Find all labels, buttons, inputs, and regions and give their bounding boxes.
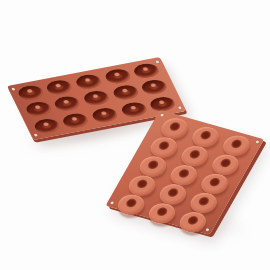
donut-cavity: [119, 101, 149, 119]
donut-cavity: [53, 95, 83, 113]
corner-hole: [11, 88, 15, 91]
donut-cavity: [44, 78, 74, 96]
donut-cavity: [131, 62, 161, 80]
donut-cavity: [82, 89, 112, 107]
corner-hole: [155, 60, 159, 63]
donut-cavity: [90, 106, 120, 124]
product-photo-stage: [0, 0, 270, 270]
corner-hole: [255, 140, 259, 143]
donut-cavity: [140, 78, 170, 96]
corner-hole: [178, 106, 182, 109]
corner-hole: [205, 228, 209, 231]
donut-cavity: [102, 67, 132, 85]
donut-cavity: [24, 101, 54, 119]
corner-hole: [34, 133, 38, 136]
donut-cavity: [32, 117, 62, 135]
donut-cavity: [15, 84, 45, 102]
donut-cavity: [73, 73, 103, 91]
donut-cavity: [111, 84, 141, 102]
donut-cavity: [61, 112, 91, 130]
